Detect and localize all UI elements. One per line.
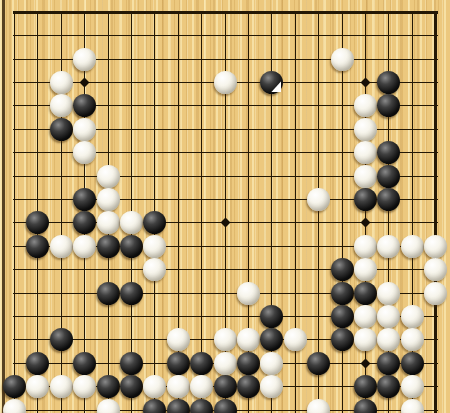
stone-white[interactable] (214, 328, 237, 351)
stone-black[interactable] (331, 328, 354, 351)
stone-black[interactable] (97, 375, 120, 398)
stone-white[interactable] (97, 211, 120, 234)
stone-black[interactable] (331, 282, 354, 305)
stone-white[interactable] (377, 282, 400, 305)
stone-white[interactable] (50, 235, 73, 258)
stone-white[interactable] (97, 188, 120, 211)
stone-white[interactable] (50, 71, 73, 94)
stone-white[interactable] (401, 235, 424, 258)
stone-white[interactable] (167, 375, 190, 398)
stone-white[interactable] (354, 305, 377, 328)
stone-black[interactable] (120, 282, 143, 305)
stone-white[interactable] (331, 48, 354, 71)
stone-black[interactable] (354, 282, 377, 305)
stone-black[interactable] (120, 352, 143, 375)
stone-white[interactable] (214, 71, 237, 94)
stone-black[interactable] (331, 258, 354, 281)
stone-black[interactable] (167, 352, 190, 375)
stone-black[interactable] (260, 71, 283, 94)
stone-white[interactable] (73, 235, 96, 258)
stone-white[interactable] (424, 235, 447, 258)
go-board-screenshot (0, 0, 450, 413)
stone-black[interactable] (97, 282, 120, 305)
grid-line-vertical (342, 11, 343, 413)
stone-black[interactable] (331, 305, 354, 328)
last-move-marker (271, 81, 281, 92)
grid-line-vertical (295, 11, 296, 413)
stone-white[interactable] (73, 48, 96, 71)
board-left-edge (2, 0, 5, 413)
stone-white[interactable] (354, 118, 377, 141)
stone-white[interactable] (237, 282, 260, 305)
stone-black[interactable] (190, 352, 213, 375)
grid-line-horizontal (13, 35, 438, 36)
stone-black[interactable] (97, 235, 120, 258)
grid-line-vertical (14, 11, 15, 413)
stone-black[interactable] (354, 188, 377, 211)
stone-white[interactable] (401, 375, 424, 398)
stone-white[interactable] (214, 352, 237, 375)
stone-black[interactable] (73, 352, 96, 375)
stone-black[interactable] (120, 235, 143, 258)
stone-white[interactable] (50, 375, 73, 398)
stone-white[interactable] (73, 118, 96, 141)
stone-white[interactable] (401, 305, 424, 328)
grid-line-vertical (434, 11, 437, 413)
grid-line-horizontal (13, 11, 438, 14)
stone-black[interactable] (50, 118, 73, 141)
stone-black[interactable] (377, 165, 400, 188)
stone-white[interactable] (354, 165, 377, 188)
stone-black[interactable] (214, 375, 237, 398)
stone-white[interactable] (354, 235, 377, 258)
stone-white[interactable] (97, 165, 120, 188)
stone-black[interactable] (237, 352, 260, 375)
grid-line-vertical (365, 11, 366, 413)
stone-white[interactable] (424, 282, 447, 305)
stone-black[interactable] (307, 352, 330, 375)
stone-black[interactable] (401, 352, 424, 375)
